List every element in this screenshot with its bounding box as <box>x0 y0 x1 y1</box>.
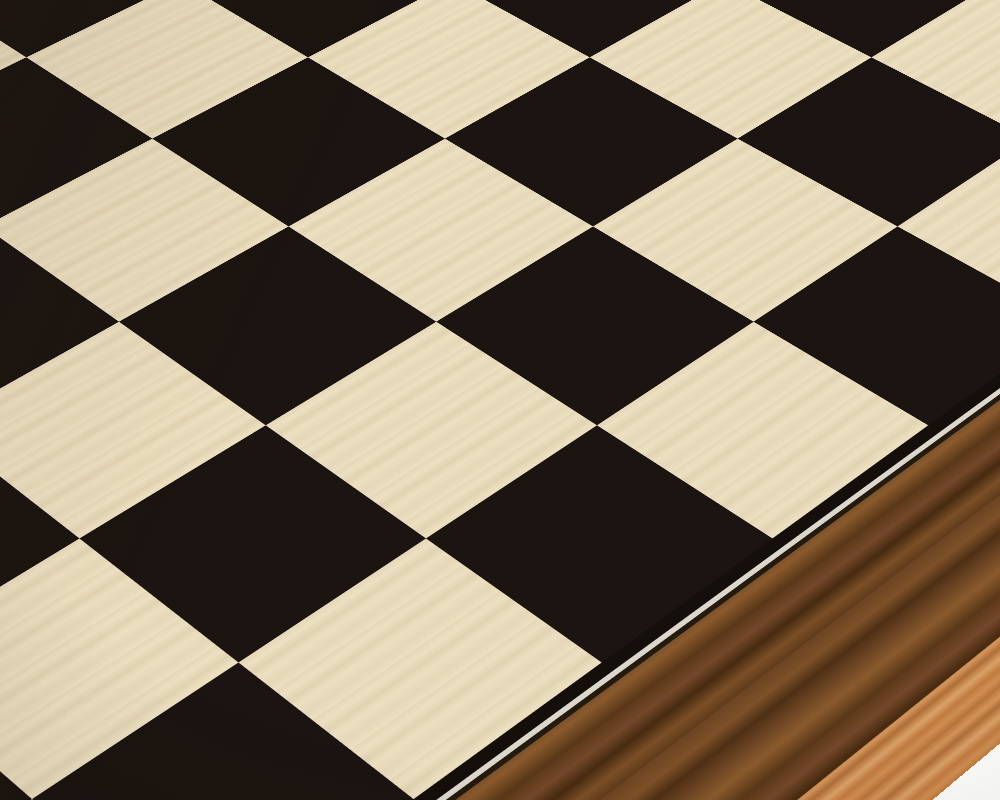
chess-board <box>0 0 1000 800</box>
board-photo <box>0 0 1000 800</box>
